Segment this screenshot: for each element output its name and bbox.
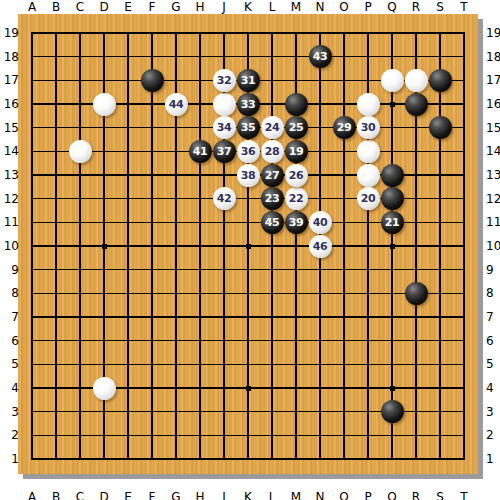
move-number: 35 xyxy=(241,121,255,134)
stone-black-M15[interactable]: 25 xyxy=(285,116,308,139)
column-label-top: N xyxy=(310,0,330,14)
stone-white-K13[interactable]: 38 xyxy=(237,164,260,187)
row-label-left: 14 xyxy=(0,144,19,158)
stone-white-J16[interactable] xyxy=(213,93,236,116)
move-number: 22 xyxy=(289,192,303,205)
stone-black-L12[interactable]: 23 xyxy=(261,187,284,210)
move-number: 44 xyxy=(169,98,183,111)
column-label-bottom: G xyxy=(166,490,186,500)
row-label-left: 5 xyxy=(0,357,19,371)
stone-white-N11[interactable]: 40 xyxy=(309,211,332,234)
stone-black-H14[interactable]: 41 xyxy=(189,140,212,163)
column-label-bottom: E xyxy=(118,490,138,500)
row-label-right: 6 xyxy=(486,334,500,348)
row-label-left: 9 xyxy=(0,263,19,277)
row-label-right: 17 xyxy=(486,73,500,87)
grid-line-horizontal xyxy=(31,364,465,366)
grid-line-horizontal xyxy=(31,269,465,271)
move-number: 39 xyxy=(289,216,303,229)
stone-black-K16[interactable]: 33 xyxy=(237,93,260,116)
move-number: 38 xyxy=(241,169,255,182)
stone-white-R17[interactable] xyxy=(405,69,428,92)
column-label-bottom: T xyxy=(454,490,474,500)
grid-line-vertical xyxy=(343,32,345,460)
row-label-left: 3 xyxy=(0,405,19,419)
stone-black-Q12[interactable] xyxy=(381,187,404,210)
move-number: 24 xyxy=(265,121,279,134)
row-label-right: 4 xyxy=(486,381,500,395)
stone-black-J14[interactable]: 37 xyxy=(213,140,236,163)
row-label-left: 12 xyxy=(0,192,19,206)
column-label-top: B xyxy=(46,0,66,14)
column-label-top: G xyxy=(166,0,186,14)
column-label-bottom: R xyxy=(406,490,426,500)
stone-white-L14[interactable]: 28 xyxy=(261,140,284,163)
row-label-left: 4 xyxy=(0,381,19,395)
row-label-right: 8 xyxy=(486,286,500,300)
column-label-top: M xyxy=(286,0,306,14)
column-label-top: R xyxy=(406,0,426,14)
row-label-right: 7 xyxy=(486,310,500,324)
column-label-top: E xyxy=(118,0,138,14)
move-number: 33 xyxy=(241,98,255,111)
stone-black-Q11[interactable]: 21 xyxy=(381,211,404,234)
column-label-bottom: K xyxy=(238,490,258,500)
row-label-right: 11 xyxy=(486,215,500,229)
move-number: 37 xyxy=(217,145,231,158)
stone-white-P15[interactable]: 30 xyxy=(357,116,380,139)
stone-black-O15[interactable]: 29 xyxy=(333,116,356,139)
star-point xyxy=(246,244,251,249)
move-number: 30 xyxy=(361,121,375,134)
row-label-left: 6 xyxy=(0,334,19,348)
column-label-top: A xyxy=(22,0,42,14)
move-number: 25 xyxy=(289,121,303,134)
star-point xyxy=(390,102,395,107)
row-label-right: 16 xyxy=(486,97,500,111)
row-label-right: 10 xyxy=(486,239,500,253)
move-number: 42 xyxy=(217,192,231,205)
move-number: 23 xyxy=(265,192,279,205)
column-label-bottom: N xyxy=(310,490,330,500)
column-label-bottom: Q xyxy=(382,490,402,500)
stone-black-R8[interactable] xyxy=(405,282,428,305)
column-label-top: S xyxy=(430,0,450,14)
stone-black-Q3[interactable] xyxy=(381,400,404,423)
column-label-bottom: M xyxy=(286,490,306,500)
column-label-bottom: B xyxy=(46,490,66,500)
row-label-left: 19 xyxy=(0,26,19,40)
move-number: 31 xyxy=(241,74,255,87)
move-number: 29 xyxy=(337,121,351,134)
row-label-left: 11 xyxy=(0,215,19,229)
move-number: 21 xyxy=(385,216,399,229)
grid-line-vertical xyxy=(271,32,273,460)
star-point xyxy=(246,386,251,391)
row-label-right: 12 xyxy=(486,192,500,206)
grid-line-horizontal xyxy=(31,293,465,295)
move-number: 20 xyxy=(361,192,375,205)
column-label-top: P xyxy=(358,0,378,14)
row-label-right: 19 xyxy=(486,26,500,40)
stone-white-Q17[interactable] xyxy=(381,69,404,92)
move-number: 27 xyxy=(265,169,279,182)
grid-line-horizontal xyxy=(31,340,465,342)
grid-line-horizontal xyxy=(31,435,465,437)
row-label-left: 17 xyxy=(0,73,19,87)
row-label-left: 1 xyxy=(0,452,19,466)
stone-white-D4[interactable] xyxy=(93,377,116,400)
column-label-bottom: L xyxy=(262,490,282,500)
row-label-left: 7 xyxy=(0,310,19,324)
stone-white-C14[interactable] xyxy=(69,140,92,163)
grid-line-horizontal xyxy=(31,316,465,318)
stone-black-F17[interactable] xyxy=(141,69,164,92)
move-number: 32 xyxy=(217,74,231,87)
star-point xyxy=(390,244,395,249)
stone-white-P16[interactable] xyxy=(357,93,380,116)
column-label-top: F xyxy=(142,0,162,14)
go-board-diagram: AABBCCDDEEFFGGHHJJKKLLMMNNOOPPQQRRSSTT19… xyxy=(0,0,500,500)
stone-black-R16[interactable] xyxy=(405,93,428,116)
stone-white-M13[interactable]: 26 xyxy=(285,164,308,187)
row-label-right: 3 xyxy=(486,405,500,419)
column-label-bottom: A xyxy=(22,490,42,500)
row-label-right: 13 xyxy=(486,168,500,182)
stone-black-S17[interactable] xyxy=(429,69,452,92)
stone-black-Q13[interactable] xyxy=(381,164,404,187)
column-label-bottom: P xyxy=(358,490,378,500)
column-label-top: K xyxy=(238,0,258,14)
move-number: 40 xyxy=(313,216,327,229)
star-point xyxy=(390,386,395,391)
row-label-left: 16 xyxy=(0,97,19,111)
stone-black-M16[interactable] xyxy=(285,93,308,116)
stone-white-M12[interactable]: 22 xyxy=(285,187,308,210)
move-number: 34 xyxy=(217,121,231,134)
column-label-top: Q xyxy=(382,0,402,14)
move-number: 41 xyxy=(193,145,207,158)
grid-line-vertical xyxy=(463,32,465,460)
row-label-left: 10 xyxy=(0,239,19,253)
column-label-top: T xyxy=(454,0,474,14)
column-label-bottom: H xyxy=(190,490,210,500)
column-label-bottom: D xyxy=(94,490,114,500)
stone-white-G16[interactable]: 44 xyxy=(165,93,188,116)
row-label-right: 14 xyxy=(486,144,500,158)
row-label-right: 1 xyxy=(486,452,500,466)
column-label-bottom: C xyxy=(70,490,90,500)
column-label-bottom: S xyxy=(430,490,450,500)
column-label-top: J xyxy=(214,0,234,14)
stone-white-J15[interactable]: 34 xyxy=(213,116,236,139)
row-label-right: 5 xyxy=(486,357,500,371)
row-label-left: 2 xyxy=(0,428,19,442)
stone-black-N18[interactable]: 43 xyxy=(309,45,332,68)
grid-line-horizontal xyxy=(31,458,465,460)
stone-white-P13[interactable] xyxy=(357,164,380,187)
stone-black-M11[interactable]: 39 xyxy=(285,211,308,234)
row-label-right: 9 xyxy=(486,263,500,277)
stone-black-S15[interactable] xyxy=(429,116,452,139)
stone-white-P12[interactable]: 20 xyxy=(357,187,380,210)
move-number: 28 xyxy=(265,145,279,158)
star-point xyxy=(102,244,107,249)
column-label-top: D xyxy=(94,0,114,14)
row-label-right: 15 xyxy=(486,121,500,135)
column-label-top: H xyxy=(190,0,210,14)
move-number: 45 xyxy=(265,216,279,229)
move-number: 43 xyxy=(313,50,327,63)
stone-white-K14[interactable]: 36 xyxy=(237,140,260,163)
column-label-top: O xyxy=(334,0,354,14)
move-number: 36 xyxy=(241,145,255,158)
row-label-right: 18 xyxy=(486,50,500,64)
row-label-right: 2 xyxy=(486,428,500,442)
stone-black-L13[interactable]: 27 xyxy=(261,164,284,187)
row-label-left: 18 xyxy=(0,50,19,64)
column-label-top: L xyxy=(262,0,282,14)
move-number: 26 xyxy=(289,169,303,182)
column-label-top: C xyxy=(70,0,90,14)
stone-white-L15[interactable]: 24 xyxy=(261,116,284,139)
stone-white-J17[interactable]: 32 xyxy=(213,69,236,92)
move-number: 46 xyxy=(313,240,327,253)
grid-line-vertical xyxy=(439,32,441,460)
stone-white-D16[interactable] xyxy=(93,93,116,116)
stone-black-K17[interactable]: 31 xyxy=(237,69,260,92)
row-label-left: 15 xyxy=(0,121,19,135)
stone-black-M14[interactable]: 19 xyxy=(285,140,308,163)
row-label-left: 13 xyxy=(0,168,19,182)
column-label-bottom: J xyxy=(214,490,234,500)
move-number: 19 xyxy=(289,145,303,158)
stone-black-L11[interactable]: 45 xyxy=(261,211,284,234)
stone-white-J12[interactable]: 42 xyxy=(213,187,236,210)
column-label-bottom: O xyxy=(334,490,354,500)
stone-black-K15[interactable]: 35 xyxy=(237,116,260,139)
row-label-left: 8 xyxy=(0,286,19,300)
stone-white-N10[interactable]: 46 xyxy=(309,235,332,258)
column-label-bottom: F xyxy=(142,490,162,500)
stone-white-P14[interactable] xyxy=(357,140,380,163)
